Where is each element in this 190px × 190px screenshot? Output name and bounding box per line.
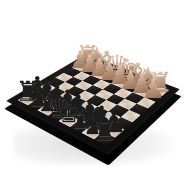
product-photo: ♜♞♝♛♚♝♞♜♟♟♟♟♟♟♟♟♟♟♟♟♟♟♟♟♜♞♝♛♚♝♞♜ bbox=[0, 0, 190, 190]
